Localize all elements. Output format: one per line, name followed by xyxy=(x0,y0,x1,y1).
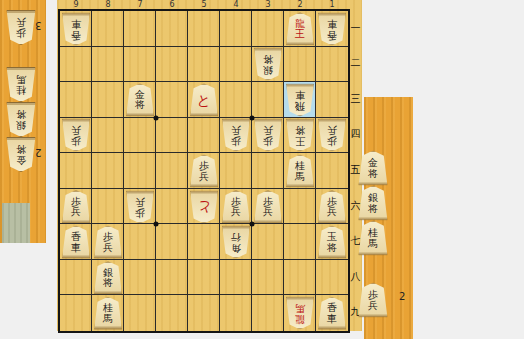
piece-kanji: 歩 xyxy=(231,196,241,207)
star-point xyxy=(154,222,159,227)
board-square-7五[interactable] xyxy=(124,153,156,189)
piece-kanji: 兵 xyxy=(263,125,273,136)
piece-kanji: 馬 xyxy=(295,171,305,182)
board-square-5四[interactable] xyxy=(188,118,220,154)
board-square-9五[interactable] xyxy=(60,153,92,189)
piece-kanji: 銀 xyxy=(103,267,113,278)
piece-kanji: 行 xyxy=(231,232,241,243)
piece-kanji: 玉 xyxy=(327,232,337,243)
board-square-6六[interactable] xyxy=(156,189,188,225)
shogi-piece-飛車[interactable]: 飛車 xyxy=(286,83,315,116)
piece-kanji: 将 xyxy=(16,144,26,155)
board-square-4九[interactable] xyxy=(220,295,252,331)
piece-kanji: 歩 xyxy=(327,135,337,146)
board-square-7四[interactable] xyxy=(124,118,156,154)
board-square-8四[interactable] xyxy=(92,118,124,154)
shogi-piece-金将[interactable]: 金将 xyxy=(358,151,388,186)
piece-kanji: 桂 xyxy=(103,303,113,314)
file-label-5: 5 xyxy=(188,0,220,9)
sente-piece-stand: 金将銀将桂馬歩兵2 xyxy=(364,97,413,339)
shogi-piece-歩兵[interactable]: 歩兵 xyxy=(6,10,36,45)
piece-kanji: 兵 xyxy=(16,17,26,28)
shogi-piece-桂馬[interactable]: 桂馬 xyxy=(6,67,36,102)
file-label-6: 6 xyxy=(156,0,188,9)
board-square-7八[interactable] xyxy=(124,260,156,296)
board-square-3八[interactable] xyxy=(252,260,284,296)
piece-kanji: 銀 xyxy=(263,64,273,75)
board-square-1八[interactable] xyxy=(316,260,348,296)
piece-kanji: 香 xyxy=(327,29,337,40)
board-square-3七[interactable] xyxy=(252,224,284,260)
star-point xyxy=(154,115,159,120)
piece-kanji: 将 xyxy=(263,54,273,65)
piece-kanji: 兵 xyxy=(327,125,337,136)
piece-kanji: 飛 xyxy=(295,100,305,111)
piece-kanji: 兵 xyxy=(199,171,209,182)
piece-kanji: 桂 xyxy=(295,161,305,172)
board-square-9二[interactable] xyxy=(60,47,92,83)
gote-piece-stand: 歩兵3桂馬銀将金将2 xyxy=(0,0,46,243)
file-label-1: 1 xyxy=(316,0,348,9)
piece-kanji: 歩 xyxy=(368,290,378,301)
board-square-3一[interactable] xyxy=(252,11,284,47)
board-square-2六[interactable] xyxy=(284,189,316,225)
board-square-6三[interactable] xyxy=(156,82,188,118)
shogi-piece-歩兵[interactable]: 歩兵 xyxy=(62,190,91,223)
shogi-piece-歩兵[interactable]: 歩兵 xyxy=(254,190,283,223)
piece-kanji: 車 xyxy=(327,18,337,29)
shogi-piece-香車[interactable]: 香車 xyxy=(62,12,91,45)
piece-kanji: 馬 xyxy=(16,74,26,85)
piece-kanji: 香 xyxy=(71,29,81,40)
piece-kanji: 兵 xyxy=(263,207,273,218)
piece-kanji: 馬 xyxy=(368,238,378,249)
board-grid: 香車龍王香車銀将金将と飛車歩兵歩兵歩兵王将歩兵歩兵桂馬歩兵歩兵と歩兵歩兵歩兵香車… xyxy=(58,9,350,333)
board-square-7七[interactable] xyxy=(124,224,156,260)
board-square-6四[interactable] xyxy=(156,118,188,154)
piece-kanji: 兵 xyxy=(231,125,241,136)
board-square-2二[interactable] xyxy=(284,47,316,83)
board-square-2八[interactable] xyxy=(284,260,316,296)
piece-kanji: 歩 xyxy=(231,135,241,146)
board-square-2七[interactable] xyxy=(284,224,316,260)
rank-label-八: 八 xyxy=(349,270,362,284)
piece-kanji: 歩 xyxy=(103,232,113,243)
piece-kanji: 車 xyxy=(295,89,305,100)
shogi-piece-香車[interactable]: 香車 xyxy=(318,12,347,45)
piece-kanji: 王 xyxy=(295,29,305,40)
piece-kanji: 兵 xyxy=(368,300,378,311)
board-square-4五[interactable] xyxy=(220,153,252,189)
file-label-8: 8 xyxy=(92,0,124,9)
board-square-7一[interactable] xyxy=(124,11,156,47)
piece-kanji: 桂 xyxy=(16,85,26,96)
piece-kanji: 歩 xyxy=(71,196,81,207)
board-square-8二[interactable] xyxy=(92,47,124,83)
piece-kanji: 歩 xyxy=(16,28,26,39)
shogi-piece-銀将[interactable]: 銀将 xyxy=(94,261,123,294)
board-square-4八[interactable] xyxy=(220,260,252,296)
piece-kanji: 将 xyxy=(295,125,305,136)
shogi-piece-銀将[interactable]: 銀将 xyxy=(358,186,388,221)
board-square-5二[interactable] xyxy=(188,47,220,83)
piece-kanji: 車 xyxy=(71,18,81,29)
shogi-piece-歩兵[interactable]: 歩兵 xyxy=(222,190,251,223)
shogi-piece-歩兵[interactable]: 歩兵 xyxy=(358,283,388,318)
piece-kanji: 車 xyxy=(327,313,337,324)
piece-kanji: 銀 xyxy=(16,120,26,131)
board-square-5一[interactable] xyxy=(188,11,220,47)
shogi-piece-桂馬[interactable]: 桂馬 xyxy=(286,155,315,188)
board-square-5九[interactable] xyxy=(188,295,220,331)
file-label-9: 9 xyxy=(60,0,92,9)
file-label-2: 2 xyxy=(284,0,316,9)
shogi-board: 香車龍王香車銀将金将と飛車歩兵歩兵歩兵王将歩兵歩兵桂馬歩兵歩兵と歩兵歩兵歩兵香車… xyxy=(57,0,362,331)
board-square-1五[interactable] xyxy=(316,153,348,189)
file-label-4: 4 xyxy=(220,0,252,9)
piece-kanji: 香 xyxy=(71,232,81,243)
piece-kanji: と xyxy=(197,199,211,214)
piece-kanji: 将 xyxy=(103,278,113,289)
piece-kanji: 兵 xyxy=(327,207,337,218)
board-square-8五[interactable] xyxy=(92,153,124,189)
piece-kanji: 馬 xyxy=(295,303,305,314)
shogi-piece-金将[interactable]: 金将 xyxy=(126,83,155,116)
file-label-3: 3 xyxy=(252,0,284,9)
rank-label-二: 二 xyxy=(349,56,362,70)
shogi-piece-龍王[interactable]: 龍王 xyxy=(286,12,315,45)
board-square-3三[interactable] xyxy=(252,82,284,118)
piece-kanji: 兵 xyxy=(103,242,113,253)
piece-kanji: 角 xyxy=(231,242,241,253)
board-square-6七[interactable] xyxy=(156,224,188,260)
piece-kanji: 兵 xyxy=(71,125,81,136)
board-square-9三[interactable] xyxy=(60,82,92,118)
piece-kanji: 将 xyxy=(327,242,337,253)
board-square-4一[interactable] xyxy=(220,11,252,47)
piece-kanji: 兵 xyxy=(231,207,241,218)
board-square-4二[interactable] xyxy=(220,47,252,83)
board-square-5七[interactable] xyxy=(188,224,220,260)
piece-kanji: 歩 xyxy=(327,196,337,207)
piece-kanji: 桂 xyxy=(368,228,378,239)
board-square-8六[interactable] xyxy=(92,189,124,225)
piece-kanji: 将 xyxy=(16,109,26,120)
shogi-piece-銀将[interactable]: 銀将 xyxy=(6,102,36,137)
board-square-3九[interactable] xyxy=(252,295,284,331)
board-square-5八[interactable] xyxy=(188,260,220,296)
shogi-app: 歩兵3桂馬銀将金将2 香車龍王香車銀将金将と飛車歩兵歩兵歩兵王将歩兵歩兵桂馬歩兵… xyxy=(0,0,524,339)
piece-kanji: 王 xyxy=(295,135,305,146)
star-point xyxy=(250,222,255,227)
board-square-7九[interactable] xyxy=(124,295,156,331)
shogi-piece-歩兵[interactable]: 歩兵 xyxy=(94,226,123,259)
board-square-1三[interactable] xyxy=(316,82,348,118)
board-square-8三[interactable] xyxy=(92,82,124,118)
piece-kanji: 香 xyxy=(327,303,337,314)
board-square-6九[interactable] xyxy=(156,295,188,331)
piece-kanji: 金 xyxy=(368,158,378,169)
shogi-piece-と[interactable]: と xyxy=(190,190,219,223)
rank-label-四: 四 xyxy=(349,127,362,141)
piece-kanji: 銀 xyxy=(368,193,378,204)
board-square-1二[interactable] xyxy=(316,47,348,83)
piece-kanji: 車 xyxy=(71,242,81,253)
shogi-piece-と[interactable]: と xyxy=(190,83,219,116)
hand-piece-count: 3 xyxy=(35,20,41,31)
shogi-piece-香車[interactable]: 香車 xyxy=(62,226,91,259)
piece-kanji: 龍 xyxy=(295,313,305,324)
board-square-9八[interactable] xyxy=(60,260,92,296)
shogi-piece-金将[interactable]: 金将 xyxy=(6,137,36,172)
green-pad xyxy=(2,203,30,243)
board-square-8一[interactable] xyxy=(92,11,124,47)
shogi-piece-角行[interactable]: 角行 xyxy=(222,226,251,259)
board-square-3五[interactable] xyxy=(252,153,284,189)
piece-kanji: 歩 xyxy=(263,196,273,207)
rank-label-三: 三 xyxy=(349,92,362,106)
board-square-6一[interactable] xyxy=(156,11,188,47)
board-square-9九[interactable] xyxy=(60,295,92,331)
piece-kanji: 兵 xyxy=(71,207,81,218)
board-square-6八[interactable] xyxy=(156,260,188,296)
piece-kanji: 歩 xyxy=(263,135,273,146)
star-point xyxy=(250,115,255,120)
shogi-piece-桂馬[interactable]: 桂馬 xyxy=(358,221,388,256)
hand-piece-count: 2 xyxy=(35,147,41,158)
board-square-4三[interactable] xyxy=(220,82,252,118)
shogi-piece-歩兵[interactable]: 歩兵 xyxy=(126,190,155,223)
shogi-piece-香車[interactable]: 香車 xyxy=(318,297,347,330)
piece-kanji: と xyxy=(197,92,211,107)
piece-kanji: 金 xyxy=(16,155,26,166)
shogi-piece-歩兵[interactable]: 歩兵 xyxy=(318,190,347,223)
piece-kanji: 歩 xyxy=(71,135,81,146)
board-square-6二[interactable] xyxy=(156,47,188,83)
piece-kanji: 将 xyxy=(368,203,378,214)
board-square-6五[interactable] xyxy=(156,153,188,189)
shogi-piece-歩兵[interactable]: 歩兵 xyxy=(190,155,219,188)
piece-kanji: 金 xyxy=(135,89,145,100)
piece-kanji: 馬 xyxy=(103,313,113,324)
piece-kanji: 龍 xyxy=(295,18,305,29)
piece-kanji: 歩 xyxy=(135,207,145,218)
board-square-7二[interactable] xyxy=(124,47,156,83)
shogi-piece-玉将[interactable]: 玉将 xyxy=(318,226,347,259)
piece-kanji: 将 xyxy=(135,100,145,111)
piece-kanji: 将 xyxy=(368,168,378,179)
piece-kanji: 歩 xyxy=(199,161,209,172)
rank-label-一: 一 xyxy=(349,21,362,35)
piece-kanji: 兵 xyxy=(135,196,145,207)
hand-piece-count: 2 xyxy=(399,291,405,302)
shogi-piece-桂馬[interactable]: 桂馬 xyxy=(94,297,123,330)
file-label-7: 7 xyxy=(124,0,156,9)
